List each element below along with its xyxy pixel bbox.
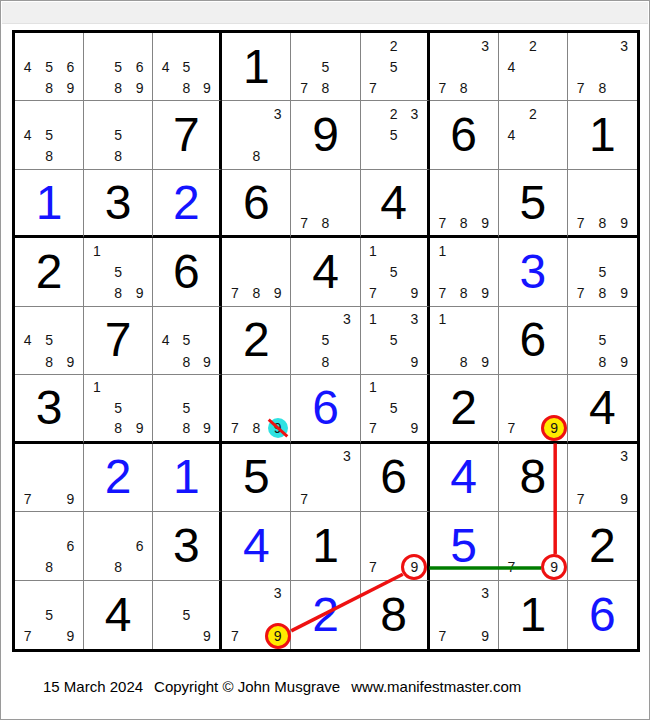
candidate-r1c8-2: 2 [522, 35, 543, 56]
empty-slot [404, 77, 425, 98]
cell-r1c6[interactable]: 257 [361, 33, 430, 101]
cell-r8c2[interactable]: 68 [84, 512, 153, 580]
candidate-grid: 579 [17, 583, 81, 647]
cell-r3c2[interactable]: 3 [84, 170, 153, 238]
empty-slot [474, 172, 495, 192]
cell-r6c5[interactable]: 6 [291, 375, 360, 443]
empty-slot [383, 377, 404, 397]
cell-r6c8[interactable]: 79 [499, 375, 568, 443]
empty-slot [363, 535, 384, 556]
empty-slot [86, 103, 107, 124]
cell-r5c5[interactable]: 358 [291, 307, 360, 375]
cell-r6c7[interactable]: 2 [430, 375, 499, 443]
empty-slot [155, 604, 176, 625]
candidate-r5c6-5: 5 [383, 330, 404, 351]
cell-r5c6[interactable]: 1359 [361, 307, 430, 375]
empty-slot [613, 77, 635, 98]
empty-slot [474, 56, 495, 77]
cell-value: 8 [519, 453, 546, 501]
candidate-r6c2-5: 5 [107, 398, 128, 418]
empty-slot [107, 514, 128, 535]
cell-value: 1 [312, 522, 339, 570]
cell-r8c9[interactable]: 2 [568, 512, 637, 580]
cell-r8c8[interactable]: 79 [499, 512, 568, 580]
empty-slot [432, 351, 453, 372]
empty-slot [315, 488, 336, 509]
candidate-r4c6-1: 1 [363, 240, 384, 261]
empty-slot [592, 35, 614, 56]
empty-slot [293, 192, 314, 212]
empty-slot [336, 351, 357, 372]
cell-r9c5[interactable]: 2 [291, 581, 360, 649]
empty-slot [293, 446, 314, 467]
empty-slot [522, 535, 543, 556]
cell-r9c4[interactable]: 379 [222, 581, 291, 649]
empty-slot [107, 240, 128, 261]
cell-r2c2[interactable]: 58 [84, 101, 153, 169]
cell-r3c4[interactable]: 6 [222, 170, 291, 238]
candidate-grid: 589 [155, 377, 217, 438]
candidate-grid: 789 [432, 172, 496, 233]
cell-r2c9[interactable]: 1 [568, 101, 637, 169]
empty-slot [224, 583, 245, 604]
cell-r5c3[interactable]: 4589 [153, 307, 222, 375]
empty-slot [129, 556, 150, 577]
candidate-r6c2-9: 9 [129, 418, 150, 438]
empty-slot [86, 261, 107, 282]
empty-slot [267, 240, 288, 261]
candidate-r6c6-5: 5 [383, 398, 404, 418]
cell-r4c1[interactable]: 2 [15, 238, 84, 306]
cell-r8c5[interactable]: 1 [291, 512, 360, 580]
empty-slot [176, 626, 197, 647]
empty-slot [363, 125, 384, 146]
empty-slot [38, 535, 59, 556]
cell-value: 1 [589, 111, 616, 159]
candidate-r7c5-3: 3 [336, 446, 357, 467]
cell-r8c1[interactable]: 68 [15, 512, 84, 580]
cell-r1c8[interactable]: 24 [499, 33, 568, 101]
candidate-r8c8-7: 7 [501, 556, 522, 577]
cell-r5c2[interactable]: 7 [84, 307, 153, 375]
empty-slot [404, 240, 425, 261]
empty-slot [246, 125, 267, 146]
empty-slot [267, 398, 288, 418]
empty-slot [197, 398, 218, 418]
cell-r5c8[interactable]: 6 [499, 307, 568, 375]
empty-slot [432, 261, 453, 282]
cell-r1c9[interactable]: 378 [568, 33, 637, 101]
cell-r6c4[interactable]: 789 [222, 375, 291, 443]
empty-slot [544, 77, 565, 98]
cell-r2c8[interactable]: 24 [499, 101, 568, 169]
cell-value: 1 [519, 591, 546, 639]
empty-slot [17, 309, 38, 330]
empty-slot [501, 146, 522, 167]
empty-slot [17, 446, 38, 467]
empty-slot [267, 125, 288, 146]
candidate-r8c8-9: 9 [544, 556, 565, 577]
candidate-r5c7-8: 8 [453, 351, 474, 372]
candidate-r6c4-9: 9 [267, 418, 288, 438]
empty-slot [246, 604, 267, 625]
candidate-r7c1-7: 7 [17, 488, 38, 509]
candidate-r2c8-2: 2 [522, 103, 543, 124]
empty-slot [544, 125, 565, 146]
cell-r4c3[interactable]: 6 [153, 238, 222, 306]
candidate-r4c6-9: 9 [404, 283, 425, 304]
candidate-r9c7-3: 3 [474, 583, 495, 604]
empty-slot [522, 125, 543, 146]
candidate-r4c6-5: 5 [383, 261, 404, 282]
candidate-grid: 58 [86, 103, 150, 166]
empty-slot [336, 330, 357, 351]
cell-r2c6[interactable]: 235 [361, 101, 430, 169]
empty-slot [592, 56, 614, 77]
candidate-grid: 4589 [17, 309, 81, 372]
cell-r5c1[interactable]: 4589 [15, 307, 84, 375]
empty-slot [107, 35, 128, 56]
cell-value: 2 [173, 179, 200, 227]
candidate-r5c3-8: 8 [176, 351, 197, 372]
empty-slot [404, 35, 425, 56]
empty-slot [38, 626, 59, 647]
candidate-r4c9-5: 5 [592, 261, 614, 282]
candidate-r4c2-8: 8 [107, 283, 128, 304]
cell-r7c1[interactable]: 79 [15, 444, 84, 512]
empty-slot [155, 35, 176, 56]
empty-slot [522, 514, 543, 535]
candidate-r1c3-8: 8 [176, 77, 197, 98]
empty-slot [363, 330, 384, 351]
candidate-r4c4-7: 7 [224, 283, 245, 304]
cell-r9c9[interactable]: 6 [568, 581, 637, 649]
candidate-r9c4-3: 3 [267, 583, 288, 604]
empty-slot [404, 261, 425, 282]
candidate-grid: 5689 [86, 35, 150, 98]
candidate-r6c8-9: 9 [544, 418, 565, 438]
empty-slot [38, 103, 59, 124]
empty-slot [592, 192, 614, 212]
candidate-grid: 358 [293, 309, 357, 372]
empty-slot [474, 330, 495, 351]
candidate-r5c7-1: 1 [432, 309, 453, 330]
cell-r9c8[interactable]: 1 [499, 581, 568, 649]
cell-value: 7 [173, 111, 200, 159]
candidate-r5c3-4: 4 [155, 330, 176, 351]
empty-slot [404, 514, 425, 535]
empty-slot [129, 398, 150, 418]
empty-slot [570, 309, 592, 330]
empty-slot [107, 103, 128, 124]
toolbar-strip [2, 2, 648, 24]
footer-copyright: Copyright © John Musgrave [154, 678, 340, 695]
empty-slot [383, 535, 404, 556]
cell-r7c6[interactable]: 6 [361, 444, 430, 512]
cell-r7c7[interactable]: 4 [430, 444, 499, 512]
cell-r2c7[interactable]: 6 [430, 101, 499, 169]
empty-slot [474, 240, 495, 261]
empty-slot [453, 35, 474, 56]
cell-r6c3[interactable]: 589 [153, 375, 222, 443]
candidate-r9c1-7: 7 [17, 626, 38, 647]
empty-slot [17, 77, 38, 98]
cell-r9c1[interactable]: 579 [15, 581, 84, 649]
candidate-grid: 789 [224, 377, 288, 438]
candidate-r7c1-9: 9 [60, 488, 81, 509]
app-window: 4568956894589157825737824378458587389235… [0, 0, 650, 720]
cell-r1c2[interactable]: 5689 [84, 33, 153, 101]
empty-slot [224, 377, 245, 397]
empty-slot [60, 309, 81, 330]
candidate-r1c8-4: 4 [501, 56, 522, 77]
empty-slot [17, 35, 38, 56]
candidate-r5c3-5: 5 [176, 330, 197, 351]
empty-slot [383, 146, 404, 167]
cell-r4c5[interactable]: 4 [291, 238, 360, 306]
candidate-r1c6-5: 5 [383, 56, 404, 77]
cell-r2c5[interactable]: 9 [291, 101, 360, 169]
cell-r7c9[interactable]: 379 [568, 444, 637, 512]
candidate-grid: 24 [501, 103, 565, 166]
candidate-r1c7-7: 7 [432, 77, 453, 98]
empty-slot [544, 103, 565, 124]
empty-slot [197, 604, 218, 625]
cell-r9c7[interactable]: 379 [430, 581, 499, 649]
cell-r7c2[interactable]: 2 [84, 444, 153, 512]
cell-r1c3[interactable]: 4589 [153, 33, 222, 101]
cell-r3c3[interactable]: 2 [153, 170, 222, 238]
empty-slot [404, 125, 425, 146]
cell-r3c7[interactable]: 789 [430, 170, 499, 238]
empty-slot [38, 583, 59, 604]
empty-slot [197, 330, 218, 351]
empty-slot [197, 309, 218, 330]
cell-r3c9[interactable]: 789 [568, 170, 637, 238]
empty-slot [501, 103, 522, 124]
empty-slot [363, 56, 384, 77]
empty-slot [155, 583, 176, 604]
cell-r9c2[interactable]: 4 [84, 581, 153, 649]
candidate-r1c7-3: 3 [474, 35, 495, 56]
candidate-r1c5-7: 7 [293, 77, 314, 98]
empty-slot [60, 604, 81, 625]
cell-value: 3 [173, 522, 200, 570]
empty-slot [38, 35, 59, 56]
empty-slot [129, 35, 150, 56]
empty-slot [86, 283, 107, 304]
cell-value: 2 [312, 591, 339, 639]
empty-slot [315, 467, 336, 488]
cell-r8c4[interactable]: 4 [222, 512, 291, 580]
cell-r5c9[interactable]: 589 [568, 307, 637, 375]
cell-r6c1[interactable]: 3 [15, 375, 84, 443]
cell-value: 3 [36, 384, 63, 432]
candidate-grid: 1579 [363, 240, 425, 303]
empty-slot [246, 398, 267, 418]
cell-r1c4[interactable]: 1 [222, 33, 291, 101]
cell-r2c1[interactable]: 458 [15, 101, 84, 169]
empty-slot [129, 146, 150, 167]
candidate-r6c3-9: 9 [197, 418, 218, 438]
cell-r4c8[interactable]: 3 [499, 238, 568, 306]
cell-value: 6 [312, 384, 339, 432]
empty-slot [155, 418, 176, 438]
empty-slot [432, 35, 453, 56]
empty-slot [176, 309, 197, 330]
cell-r9c6[interactable]: 8 [361, 581, 430, 649]
candidate-r1c2-9: 9 [129, 77, 150, 98]
cell-r5c7[interactable]: 189 [430, 307, 499, 375]
empty-slot [453, 309, 474, 330]
empty-slot [197, 56, 218, 77]
empty-slot [613, 56, 635, 77]
empty-slot [17, 583, 38, 604]
cell-r6c2[interactable]: 1589 [84, 375, 153, 443]
cell-r4c7[interactable]: 1789 [430, 238, 499, 306]
empty-slot [107, 377, 128, 397]
cell-value: 4 [243, 522, 270, 570]
empty-slot [86, 77, 107, 98]
cell-r9c3[interactable]: 59 [153, 581, 222, 649]
candidate-r5c5-5: 5 [315, 330, 336, 351]
empty-slot [60, 514, 81, 535]
empty-slot [155, 626, 176, 647]
cell-r7c4[interactable]: 5 [222, 444, 291, 512]
empty-slot [197, 35, 218, 56]
empty-slot [613, 330, 635, 351]
empty-slot [17, 103, 38, 124]
empty-slot [267, 261, 288, 282]
cell-value: 4 [450, 453, 477, 501]
candidate-r1c6-7: 7 [363, 77, 384, 98]
cell-r1c5[interactable]: 578 [291, 33, 360, 101]
footer: 15 March 2024 Copyright © John Musgrave … [43, 678, 521, 695]
candidate-r5c6-1: 1 [363, 309, 384, 330]
candidate-grid: 79 [17, 446, 81, 509]
empty-slot [404, 56, 425, 77]
cell-r8c6[interactable]: 79 [361, 512, 430, 580]
empty-slot [224, 240, 245, 261]
cell-r3c8[interactable]: 5 [499, 170, 568, 238]
empty-slot [336, 213, 357, 233]
empty-slot [38, 309, 59, 330]
empty-slot [336, 488, 357, 509]
cell-r3c5[interactable]: 78 [291, 170, 360, 238]
candidate-r4c6-7: 7 [363, 283, 384, 304]
candidate-grid: 1789 [432, 240, 496, 303]
cell-r7c3[interactable]: 1 [153, 444, 222, 512]
cell-r4c6[interactable]: 1579 [361, 238, 430, 306]
candidate-r5c5-3: 3 [336, 309, 357, 330]
empty-slot [570, 35, 592, 56]
empty-slot [60, 583, 81, 604]
empty-slot [60, 556, 81, 577]
empty-slot [544, 35, 565, 56]
empty-slot [86, 146, 107, 167]
candidate-grid: 789 [570, 172, 635, 233]
candidate-r6c6-1: 1 [363, 377, 384, 397]
empty-slot [522, 77, 543, 98]
candidate-grid: 4589 [155, 309, 217, 372]
candidate-grid: 38 [224, 103, 288, 166]
empty-slot [404, 146, 425, 167]
empty-slot [544, 146, 565, 167]
cell-value: 6 [589, 591, 616, 639]
candidate-grid: 68 [86, 514, 150, 577]
candidate-r1c2-5: 5 [107, 56, 128, 77]
candidate-grid: 1589 [86, 240, 150, 303]
candidate-r5c6-9: 9 [404, 351, 425, 372]
candidate-r5c3-9: 9 [197, 351, 218, 372]
empty-slot [336, 56, 357, 77]
empty-slot [224, 261, 245, 282]
empty-slot [86, 398, 107, 418]
cell-value: 4 [105, 591, 132, 639]
empty-slot [544, 56, 565, 77]
empty-slot [17, 556, 38, 577]
empty-slot [432, 604, 453, 625]
candidate-grid: 257 [363, 35, 425, 98]
cell-r4c9[interactable]: 5789 [568, 238, 637, 306]
cell-r6c9[interactable]: 4 [568, 375, 637, 443]
cell-value: 2 [450, 384, 477, 432]
empty-slot [293, 330, 314, 351]
cell-r8c7[interactable]: 5 [430, 512, 499, 580]
empty-slot [613, 467, 635, 488]
candidate-r1c5-5: 5 [315, 56, 336, 77]
candidate-r8c6-7: 7 [363, 556, 384, 577]
empty-slot [17, 146, 38, 167]
empty-slot [38, 514, 59, 535]
cell-r7c5[interactable]: 37 [291, 444, 360, 512]
empty-slot [474, 261, 495, 282]
cell-r7c8[interactable]: 8 [499, 444, 568, 512]
cell-value: 6 [450, 111, 477, 159]
cell-r6c6[interactable]: 1579 [361, 375, 430, 443]
empty-slot [404, 398, 425, 418]
cell-r2c4[interactable]: 38 [222, 101, 291, 169]
cell-r1c7[interactable]: 378 [430, 33, 499, 101]
cell-r5c4[interactable]: 2 [222, 307, 291, 375]
candidate-r6c3-5: 5 [176, 398, 197, 418]
empty-slot [592, 467, 614, 488]
cell-r4c2[interactable]: 1589 [84, 238, 153, 306]
empty-slot [432, 330, 453, 351]
empty-slot [224, 604, 245, 625]
cell-r4c4[interactable]: 789 [222, 238, 291, 306]
cell-r3c1[interactable]: 1 [15, 170, 84, 238]
candidate-r9c7-7: 7 [432, 626, 453, 647]
candidate-grid: 78 [293, 172, 357, 233]
cell-r3c6[interactable]: 4 [361, 170, 430, 238]
empty-slot [246, 240, 267, 261]
empty-slot [363, 351, 384, 372]
candidate-r9c3-9: 9 [197, 626, 218, 647]
empty-slot [383, 283, 404, 304]
cell-r2c3[interactable]: 7 [153, 101, 222, 169]
candidate-r9c1-9: 9 [60, 626, 81, 647]
empty-slot [432, 192, 453, 212]
cell-value: 1 [243, 43, 270, 91]
cell-r1c1[interactable]: 45689 [15, 33, 84, 101]
empty-slot [86, 556, 107, 577]
empty-slot [17, 535, 38, 556]
candidate-r3c5-8: 8 [315, 213, 336, 233]
candidate-grid: 235 [363, 103, 425, 166]
candidate-r4c2-9: 9 [129, 283, 150, 304]
cell-r8c3[interactable]: 3 [153, 512, 222, 580]
